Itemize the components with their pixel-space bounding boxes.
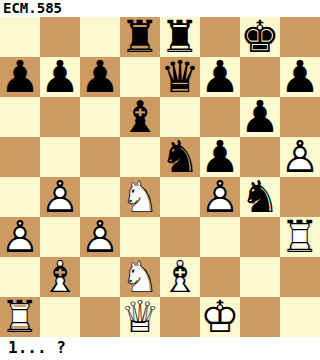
square-d5[interactable] — [120, 137, 160, 177]
square-h3[interactable]: ♜♖ — [280, 217, 320, 257]
square-c5[interactable] — [80, 137, 120, 177]
square-c6[interactable] — [80, 97, 120, 137]
square-a1[interactable]: ♜♖ — [0, 297, 40, 337]
square-d6[interactable]: ♝ — [120, 97, 160, 137]
black-queen-piece: ♛ — [160, 57, 200, 97]
square-e2[interactable]: ♝♗ — [160, 257, 200, 297]
square-e4[interactable] — [160, 177, 200, 217]
white-pawn-fill: ♟ — [40, 177, 80, 217]
square-a6[interactable] — [0, 97, 40, 137]
white-knight-piece: ♘ — [120, 257, 160, 297]
square-g3[interactable] — [240, 217, 280, 257]
square-c4[interactable] — [80, 177, 120, 217]
white-queen-piece: ♕ — [120, 297, 160, 337]
white-pawn-piece: ♙ — [200, 177, 240, 217]
square-h8[interactable] — [280, 17, 320, 57]
black-rook-piece: ♜ — [160, 17, 200, 57]
square-f3[interactable] — [200, 217, 240, 257]
square-b1[interactable] — [40, 297, 80, 337]
square-f6[interactable] — [200, 97, 240, 137]
chess-board: ♜♜♚♟♟♟♛♟♟♝♟♞♟♟♙♟♙♞♘♟♙♞♟♙♟♙♜♖♝♗♞♘♝♗♜♖♛♕♚♔ — [0, 17, 320, 337]
white-rook-piece: ♖ — [280, 217, 320, 257]
square-c7[interactable]: ♟ — [80, 57, 120, 97]
white-bishop-piece: ♗ — [160, 257, 200, 297]
square-b4[interactable]: ♟♙ — [40, 177, 80, 217]
square-b2[interactable]: ♝♗ — [40, 257, 80, 297]
black-pawn-piece: ♟ — [0, 57, 40, 97]
square-f1[interactable]: ♚♔ — [200, 297, 240, 337]
square-e7[interactable]: ♛ — [160, 57, 200, 97]
square-g6[interactable]: ♟ — [240, 97, 280, 137]
square-h6[interactable] — [280, 97, 320, 137]
square-a8[interactable] — [0, 17, 40, 57]
square-g7[interactable] — [240, 57, 280, 97]
chess-diagram-page: ECM.585 ♜♜♚♟♟♟♛♟♟♝♟♞♟♟♙♟♙♞♘♟♙♞♟♙♟♙♜♖♝♗♞♘… — [0, 0, 320, 360]
black-king-piece: ♚ — [240, 17, 280, 57]
square-g5[interactable] — [240, 137, 280, 177]
square-a5[interactable] — [0, 137, 40, 177]
square-a7[interactable]: ♟ — [0, 57, 40, 97]
white-pawn-fill: ♟ — [0, 217, 40, 257]
square-g4[interactable]: ♞ — [240, 177, 280, 217]
page-title: ECM.585 — [0, 0, 320, 17]
square-d7[interactable] — [120, 57, 160, 97]
black-pawn-piece: ♟ — [80, 57, 120, 97]
black-pawn-piece: ♟ — [240, 97, 280, 137]
white-bishop-fill: ♝ — [160, 257, 200, 297]
black-pawn-piece: ♟ — [280, 57, 320, 97]
square-d1[interactable]: ♛♕ — [120, 297, 160, 337]
square-e6[interactable] — [160, 97, 200, 137]
square-e8[interactable]: ♜ — [160, 17, 200, 57]
square-h1[interactable] — [280, 297, 320, 337]
white-pawn-piece: ♙ — [40, 177, 80, 217]
square-c8[interactable] — [80, 17, 120, 57]
square-c2[interactable] — [80, 257, 120, 297]
square-a2[interactable] — [0, 257, 40, 297]
white-knight-fill: ♞ — [120, 257, 160, 297]
move-prompt: 1... ? — [0, 337, 320, 360]
square-d3[interactable] — [120, 217, 160, 257]
square-a4[interactable] — [0, 177, 40, 217]
square-b3[interactable] — [40, 217, 80, 257]
square-f4[interactable]: ♟♙ — [200, 177, 240, 217]
white-queen-fill: ♛ — [120, 297, 160, 337]
square-d2[interactable]: ♞♘ — [120, 257, 160, 297]
square-f2[interactable] — [200, 257, 240, 297]
square-e1[interactable] — [160, 297, 200, 337]
square-c1[interactable] — [80, 297, 120, 337]
square-g2[interactable] — [240, 257, 280, 297]
square-h7[interactable]: ♟ — [280, 57, 320, 97]
square-g8[interactable]: ♚ — [240, 17, 280, 57]
square-a3[interactable]: ♟♙ — [0, 217, 40, 257]
square-h2[interactable] — [280, 257, 320, 297]
square-h5[interactable]: ♟♙ — [280, 137, 320, 177]
white-bishop-fill: ♝ — [40, 257, 80, 297]
black-knight-piece: ♞ — [240, 177, 280, 217]
square-c3[interactable]: ♟♙ — [80, 217, 120, 257]
white-bishop-piece: ♗ — [40, 257, 80, 297]
square-d4[interactable]: ♞♘ — [120, 177, 160, 217]
white-rook-fill: ♜ — [280, 217, 320, 257]
black-knight-piece: ♞ — [160, 137, 200, 177]
black-pawn-piece: ♟ — [200, 57, 240, 97]
white-pawn-fill: ♟ — [80, 217, 120, 257]
white-king-piece: ♔ — [200, 297, 240, 337]
white-knight-fill: ♞ — [120, 177, 160, 217]
white-pawn-piece: ♙ — [80, 217, 120, 257]
white-pawn-piece: ♙ — [280, 137, 320, 177]
white-pawn-fill: ♟ — [280, 137, 320, 177]
square-b7[interactable]: ♟ — [40, 57, 80, 97]
square-f5[interactable]: ♟ — [200, 137, 240, 177]
square-f8[interactable] — [200, 17, 240, 57]
square-h4[interactable] — [280, 177, 320, 217]
square-d8[interactable]: ♜ — [120, 17, 160, 57]
black-pawn-piece: ♟ — [40, 57, 80, 97]
black-pawn-piece: ♟ — [200, 137, 240, 177]
black-bishop-piece: ♝ — [120, 97, 160, 137]
white-pawn-piece: ♙ — [0, 217, 40, 257]
square-b6[interactable] — [40, 97, 80, 137]
square-e5[interactable]: ♞ — [160, 137, 200, 177]
white-rook-fill: ♜ — [0, 297, 40, 337]
square-f7[interactable]: ♟ — [200, 57, 240, 97]
white-knight-piece: ♘ — [120, 177, 160, 217]
white-rook-piece: ♖ — [0, 297, 40, 337]
square-g1[interactable] — [240, 297, 280, 337]
white-pawn-fill: ♟ — [200, 177, 240, 217]
black-rook-piece: ♜ — [120, 17, 160, 57]
white-king-fill: ♚ — [200, 297, 240, 337]
square-e3[interactable] — [160, 217, 200, 257]
square-b5[interactable] — [40, 137, 80, 177]
square-b8[interactable] — [40, 17, 80, 57]
